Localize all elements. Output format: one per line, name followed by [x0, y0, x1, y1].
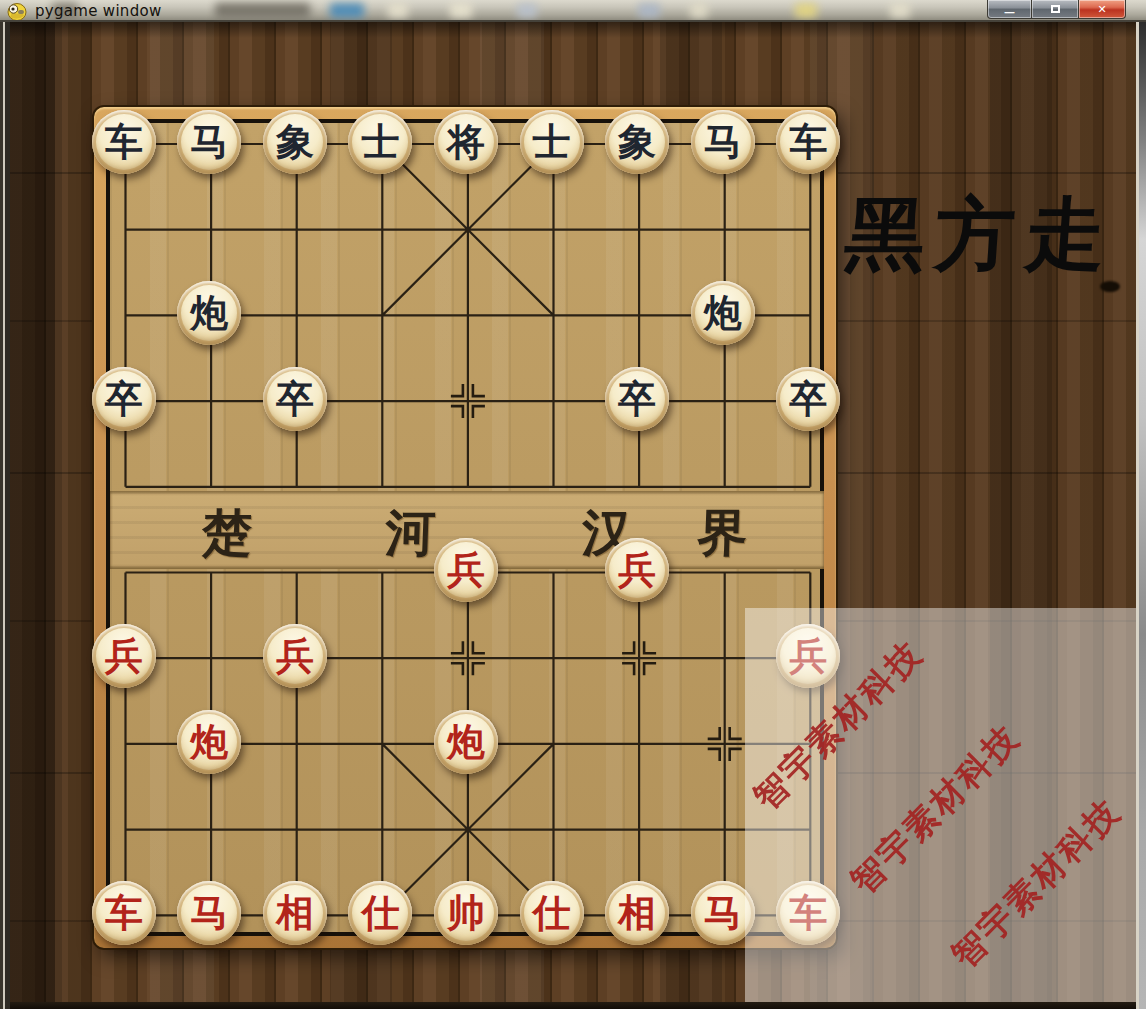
piece-red-兵-r6c0[interactable]: 兵 [92, 624, 156, 688]
glass-blur-blob [330, 3, 364, 18]
piece-glyph: 马 [190, 881, 228, 945]
glass-blur-blob [795, 3, 817, 18]
piece-black-卒-r3c8[interactable]: 卒 [776, 367, 840, 431]
piece-glyph: 帅 [447, 881, 485, 945]
glass-blur-blob [517, 3, 537, 18]
piece-red-马-r9c1[interactable]: 马 [177, 881, 241, 945]
close-button[interactable]: ✕ [1078, 0, 1126, 19]
watermark-text: 智宇素材科技 [942, 790, 1130, 978]
watermark-text: 智宇素材科技 [745, 632, 932, 820]
piece-glyph: 兵 [276, 624, 314, 688]
piece-glyph: 兵 [447, 538, 485, 602]
window-title: pygame window [35, 2, 162, 20]
watermark-overlay: 智宇素材科技 智宇素材科技 智宇素材科技 [745, 608, 1146, 1009]
piece-glyph: 炮 [704, 281, 742, 345]
glass-blur-blob [388, 3, 408, 18]
minimize-button[interactable]: — [987, 0, 1032, 19]
piece-black-炮-r2c1[interactable]: 炮 [177, 281, 241, 345]
piece-red-兵-r5c4[interactable]: 兵 [434, 538, 498, 602]
glass-blur-blob [690, 3, 708, 18]
piece-red-炮-r7c1[interactable]: 炮 [177, 710, 241, 774]
glass-blur-blob [638, 3, 660, 18]
piece-glyph: 仕 [361, 881, 399, 945]
piece-glyph: 马 [704, 110, 742, 174]
piece-black-象-r0c2[interactable]: 象 [263, 110, 327, 174]
piece-red-相-r9c6[interactable]: 相 [605, 881, 669, 945]
piece-red-兵-r6c2[interactable]: 兵 [263, 624, 327, 688]
piece-red-兵-r5c6[interactable]: 兵 [605, 538, 669, 602]
piece-glyph: 兵 [618, 538, 656, 602]
piece-black-士-r0c5[interactable]: 士 [520, 110, 584, 174]
piece-black-象-r0c6[interactable]: 象 [605, 110, 669, 174]
piece-black-将-r0c4[interactable]: 将 [434, 110, 498, 174]
piece-glyph: 相 [276, 881, 314, 945]
piece-glyph: 仕 [533, 881, 571, 945]
piece-glyph: 炮 [190, 710, 228, 774]
piece-glyph: 卒 [618, 367, 656, 431]
piece-red-仕-r9c5[interactable]: 仕 [520, 881, 584, 945]
piece-black-卒-r3c2[interactable]: 卒 [263, 367, 327, 431]
minimize-icon: — [1004, 6, 1015, 19]
maximize-icon [1051, 5, 1060, 13]
pygame-snake-icon [6, 1, 27, 21]
title-bar[interactable]: pygame window — ✕ [0, 0, 1146, 22]
piece-red-炮-r7c4[interactable]: 炮 [434, 710, 498, 774]
piece-glyph: 士 [533, 110, 571, 174]
piece-glyph: 将 [447, 110, 485, 174]
piece-glyph: 相 [618, 881, 656, 945]
piece-layer: 车马象士将士象马车炮炮卒卒卒卒兵兵兵兵兵炮炮车马相仕帅仕相马车 [81, 99, 851, 956]
watermark-text: 智宇素材科技 [841, 716, 1029, 904]
piece-glyph: 车 [105, 881, 143, 945]
piece-black-车-r0c8[interactable]: 车 [776, 110, 840, 174]
piece-glyph: 兵 [105, 624, 143, 688]
piece-glyph: 卒 [789, 367, 827, 431]
piece-glyph: 马 [190, 110, 228, 174]
piece-glyph: 车 [105, 110, 143, 174]
piece-black-车-r0c0[interactable]: 车 [92, 110, 156, 174]
glass-blur-blob [450, 3, 472, 18]
window-bottom-border [0, 1002, 1146, 1009]
screenshot-root: 楚 河 汉 界 车马象士将士象马车炮炮卒卒卒卒兵兵兵兵兵炮炮车马相仕帅仕相马车 … [0, 0, 1146, 1009]
piece-glyph: 炮 [190, 281, 228, 345]
piece-glyph: 卒 [276, 367, 314, 431]
close-icon: ✕ [1097, 3, 1106, 16]
piece-glyph: 马 [704, 881, 742, 945]
piece-red-车-r9c0[interactable]: 车 [92, 881, 156, 945]
piece-glyph: 象 [276, 110, 314, 174]
piece-black-卒-r3c6[interactable]: 卒 [605, 367, 669, 431]
piece-black-马-r0c1[interactable]: 马 [177, 110, 241, 174]
piece-glyph: 炮 [447, 710, 485, 774]
desktop-strip-right [1139, 22, 1146, 1009]
piece-glyph: 象 [618, 110, 656, 174]
piece-red-仕-r9c3[interactable]: 仕 [348, 881, 412, 945]
turn-indicator-black-to-move: 黑方走 [841, 182, 1119, 290]
piece-black-卒-r3c0[interactable]: 卒 [92, 367, 156, 431]
piece-black-炮-r2c7[interactable]: 炮 [691, 281, 755, 345]
piece-black-士-r0c3[interactable]: 士 [348, 110, 412, 174]
piece-red-相-r9c2[interactable]: 相 [263, 881, 327, 945]
piece-glyph: 卒 [105, 367, 143, 431]
piece-glyph: 车 [789, 110, 827, 174]
glass-blur-blob [890, 3, 910, 18]
piece-black-马-r0c7[interactable]: 马 [691, 110, 755, 174]
glass-blur-blob [215, 3, 310, 18]
window-left-border [0, 22, 10, 1009]
piece-glyph: 士 [361, 110, 399, 174]
piece-red-帅-r9c4[interactable]: 帅 [434, 881, 498, 945]
maximize-button[interactable] [1032, 0, 1078, 19]
